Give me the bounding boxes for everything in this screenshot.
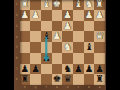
board-square-a3[interactable] [94, 21, 105, 32]
white-rook-piece[interactable]: ♜ [94, 0, 105, 10]
board-square-a2[interactable]: ♟ [94, 10, 105, 21]
board-square-c7[interactable]: ♟ [73, 64, 84, 75]
white-pawn-piece[interactable]: ♟ [52, 31, 63, 42]
board-square-c3[interactable] [73, 21, 84, 32]
board-square-f2[interactable] [41, 10, 52, 21]
black-bishop-piece[interactable]: ♝ [84, 42, 95, 53]
board-square-b3[interactable] [84, 21, 95, 32]
white-pawn-piece[interactable]: ♟ [30, 10, 41, 21]
board-square-a6[interactable] [94, 53, 105, 64]
black-pawn-piece[interactable]: ♟ [41, 52, 52, 63]
board-square-h4[interactable] [20, 31, 31, 42]
board-square-d7[interactable]: ♞ [62, 64, 73, 75]
board-square-f4[interactable]: ♝ [41, 31, 52, 42]
board-square-f7[interactable] [41, 64, 52, 75]
board-square-b6[interactable] [84, 53, 95, 64]
white-pawn-piece[interactable]: ♟ [94, 10, 105, 21]
board-square-b2[interactable]: ♟ [84, 10, 95, 21]
board-square-h6[interactable] [20, 53, 31, 64]
file-label-h: h [20, 85, 31, 90]
black-pawn-piece[interactable]: ♟ [30, 63, 41, 74]
board-square-b8[interactable] [84, 74, 95, 85]
board-square-g3[interactable] [30, 21, 41, 32]
board-square-e5[interactable] [52, 42, 63, 53]
board-square-d5[interactable]: ♞ [62, 42, 73, 53]
board-square-a1[interactable]: ♜ [94, 0, 105, 10]
white-bishop-piece[interactable]: ♝ [73, 0, 84, 10]
chess-board[interactable]: ♜♝♚♝♞♜♟♟♟♟♟♟♝♟♛♞♝♟♟♟♞♟♟♟♜♚♛♜ [20, 0, 106, 85]
board-square-f3[interactable] [41, 21, 52, 32]
board-square-d3[interactable]: ♟ [62, 21, 73, 32]
board-square-c1[interactable]: ♝ [73, 0, 84, 10]
white-pawn-piece[interactable]: ♟ [84, 10, 95, 21]
board-square-a7[interactable]: ♟ [94, 64, 105, 75]
rank-label-3: 3 [14, 21, 20, 32]
board-square-e1[interactable]: ♚ [52, 0, 63, 10]
white-pawn-piece[interactable]: ♟ [62, 20, 73, 31]
board-square-a4[interactable]: ♛ [94, 31, 105, 42]
board-square-d8[interactable]: ♛ [62, 74, 73, 85]
board-square-e8[interactable]: ♚ [52, 74, 63, 85]
black-queen-piece[interactable]: ♛ [62, 74, 73, 85]
board-square-g7[interactable]: ♟ [30, 64, 41, 75]
board-square-f1[interactable]: ♝ [41, 0, 52, 10]
board-square-h2[interactable]: ♟ [20, 10, 31, 21]
black-knight-piece[interactable]: ♞ [62, 63, 73, 74]
file-label-a: a [94, 85, 105, 90]
board-square-e3[interactable] [52, 21, 63, 32]
board-square-c2[interactable] [73, 10, 84, 21]
white-knight-piece[interactable]: ♞ [84, 0, 95, 10]
white-king-piece[interactable]: ♚ [52, 0, 63, 10]
black-bishop-piece[interactable]: ♝ [41, 31, 52, 42]
black-rook-piece[interactable]: ♜ [94, 74, 105, 85]
white-bishop-piece[interactable]: ♝ [41, 0, 52, 10]
white-queen-piece[interactable]: ♛ [94, 31, 105, 42]
black-pawn-piece[interactable]: ♟ [84, 63, 95, 74]
letterbox-left [0, 0, 14, 90]
board-square-e7[interactable] [52, 64, 63, 75]
rank-label-4: 4 [14, 32, 20, 43]
white-pawn-piece[interactable]: ♟ [62, 10, 73, 21]
board-square-d1[interactable] [62, 0, 73, 10]
white-pawn-piece[interactable]: ♟ [20, 10, 31, 21]
black-king-piece[interactable]: ♚ [52, 74, 63, 85]
board-square-c4[interactable] [73, 31, 84, 42]
rank-label-2: 2 [14, 10, 20, 21]
board-square-h5[interactable] [20, 42, 31, 53]
board-square-c8[interactable] [73, 74, 84, 85]
board-square-b4[interactable] [84, 31, 95, 42]
rank-label-6: 6 [14, 53, 20, 64]
board-frame: ♜♝♚♝♞♜♟♟♟♟♟♟♝♟♛♞♝♟♟♟♞♟♟♟♜♚♛♜ 12345678hgf… [14, 0, 106, 90]
file-label-e: e [52, 85, 63, 90]
board-square-a8[interactable]: ♜ [94, 74, 105, 85]
board-square-h1[interactable]: ♜ [20, 0, 31, 10]
board-square-b1[interactable]: ♞ [84, 0, 95, 10]
black-pawn-piece[interactable]: ♟ [73, 63, 84, 74]
board-square-e6[interactable] [52, 53, 63, 64]
board-square-d4[interactable] [62, 31, 73, 42]
white-rook-piece[interactable]: ♜ [20, 0, 31, 10]
rank-label-5: 5 [14, 42, 20, 53]
board-square-g5[interactable] [30, 42, 41, 53]
board-square-f6[interactable]: ♟ [41, 53, 52, 64]
board-square-d2[interactable]: ♟ [62, 10, 73, 21]
board-square-a5[interactable] [94, 42, 105, 53]
file-label-d: d [62, 85, 73, 90]
board-square-b7[interactable]: ♟ [84, 64, 95, 75]
board-square-e4[interactable]: ♟ [52, 31, 63, 42]
file-label-b: b [84, 85, 95, 90]
rank-label-1: 1 [14, 0, 20, 10]
file-label-g: g [30, 85, 41, 90]
board-square-c5[interactable] [73, 42, 84, 53]
board-square-h8[interactable]: ♜ [20, 74, 31, 85]
board-square-h3[interactable] [20, 21, 31, 32]
white-knight-piece[interactable]: ♞ [62, 42, 73, 53]
board-square-h7[interactable]: ♟ [20, 64, 31, 75]
board-square-f5[interactable] [41, 42, 52, 53]
board-square-g1[interactable] [30, 0, 41, 10]
rank-label-7: 7 [14, 64, 20, 75]
board-square-c6[interactable] [73, 53, 84, 64]
board-square-g2[interactable]: ♟ [30, 10, 41, 21]
rank-label-8: 8 [14, 74, 20, 85]
board-square-g8[interactable] [30, 74, 41, 85]
board-square-f8[interactable] [41, 74, 52, 85]
file-label-c: c [73, 85, 84, 90]
board-square-b5[interactable]: ♝ [84, 42, 95, 53]
board-square-e2[interactable] [52, 10, 63, 21]
board-square-d6[interactable] [62, 53, 73, 64]
board-square-g6[interactable] [30, 53, 41, 64]
black-pawn-piece[interactable]: ♟ [20, 63, 31, 74]
black-rook-piece[interactable]: ♜ [20, 74, 31, 85]
file-label-f: f [41, 85, 52, 90]
letterbox-right [106, 0, 120, 90]
black-pawn-piece[interactable]: ♟ [94, 63, 105, 74]
chess-thumbnail: ♜♝♚♝♞♜♟♟♟♟♟♟♝♟♛♞♝♟♟♟♞♟♟♟♜♚♛♜ 12345678hgf… [0, 0, 120, 90]
board-square-g4[interactable] [30, 31, 41, 42]
